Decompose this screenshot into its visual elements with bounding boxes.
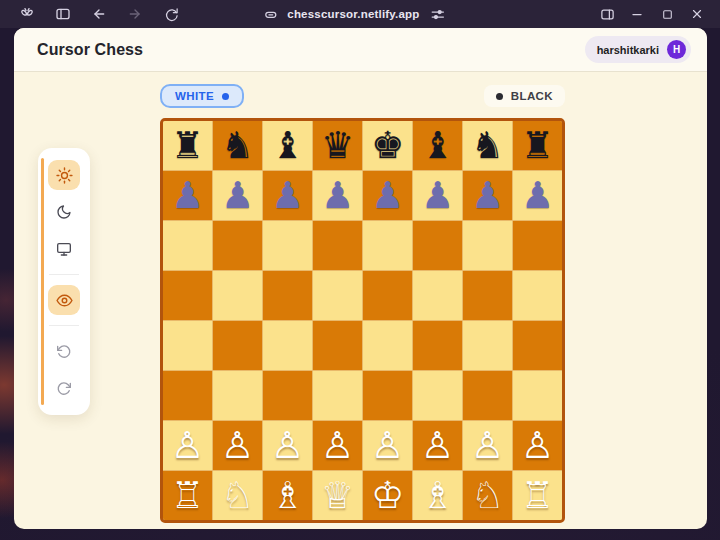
page-header: Cursor Chess harshitkarki H xyxy=(14,28,707,72)
square-c2[interactable]: ♙ xyxy=(263,421,312,470)
url-text: chesscursor.netlify.app xyxy=(287,8,419,20)
piece-black-pawn: ♟ xyxy=(221,177,254,214)
square-e6[interactable] xyxy=(363,221,412,270)
square-f3[interactable] xyxy=(413,371,462,420)
square-b8[interactable]: ♞ xyxy=(213,121,262,170)
minimize-icon[interactable] xyxy=(622,3,652,25)
square-f8[interactable]: ♝ xyxy=(413,121,462,170)
maximize-icon[interactable] xyxy=(652,3,682,25)
piece-white-pawn: ♙ xyxy=(271,427,304,464)
square-b5[interactable] xyxy=(213,271,262,320)
piece-white-pawn: ♙ xyxy=(221,427,254,464)
square-f1[interactable]: ♗ xyxy=(413,471,462,520)
piece-white-pawn: ♙ xyxy=(321,427,354,464)
panel-right-icon[interactable] xyxy=(592,3,622,25)
square-b3[interactable] xyxy=(213,371,262,420)
zen-logo-icon[interactable] xyxy=(14,3,40,25)
avatar[interactable]: H xyxy=(667,40,686,59)
square-e3[interactable] xyxy=(363,371,412,420)
user-name: harshitkarki xyxy=(597,44,659,56)
square-c3[interactable] xyxy=(263,371,312,420)
white-turn-dot-icon xyxy=(222,93,229,100)
square-g5[interactable] xyxy=(463,271,512,320)
square-a2[interactable]: ♙ xyxy=(163,421,212,470)
piece-black-pawn: ♟ xyxy=(171,177,204,214)
address-bar[interactable]: chesscursor.netlify.app xyxy=(261,0,447,28)
square-h8[interactable]: ♜ xyxy=(513,121,562,170)
black-turn-dot-icon xyxy=(496,93,503,100)
browser-topbar: chesscursor.netlify.app xyxy=(0,0,720,28)
piece-white-pawn: ♙ xyxy=(471,427,504,464)
sun-icon xyxy=(56,167,73,184)
black-turn-indicator[interactable]: BLACK xyxy=(484,85,565,107)
square-e1[interactable]: ♔ xyxy=(363,471,412,520)
square-a6[interactable] xyxy=(163,221,212,270)
square-e5[interactable] xyxy=(363,271,412,320)
piece-white-knight: ♘ xyxy=(221,477,254,514)
square-h3[interactable] xyxy=(513,371,562,420)
square-b4[interactable] xyxy=(213,321,262,370)
square-a8[interactable]: ♜ xyxy=(163,121,212,170)
square-h2[interactable]: ♙ xyxy=(513,421,562,470)
square-a4[interactable] xyxy=(163,321,212,370)
square-g4[interactable] xyxy=(463,321,512,370)
square-b2[interactable]: ♙ xyxy=(213,421,262,470)
square-c1[interactable]: ♗ xyxy=(263,471,312,520)
toolbar-divider xyxy=(49,325,79,326)
user-badge[interactable]: harshitkarki H xyxy=(585,36,691,63)
square-g3[interactable] xyxy=(463,371,512,420)
square-a7[interactable]: ♟ xyxy=(163,171,212,220)
square-g7[interactable]: ♟ xyxy=(463,171,512,220)
piece-black-king: ♚ xyxy=(371,127,404,164)
tool-rail xyxy=(38,148,90,415)
piece-white-pawn: ♙ xyxy=(371,427,404,464)
page-title: Cursor Chess xyxy=(37,41,143,59)
square-d3[interactable] xyxy=(313,371,362,420)
black-turn-label: BLACK xyxy=(511,90,553,102)
system-theme-button[interactable] xyxy=(48,234,80,264)
redo-move-button[interactable] xyxy=(48,373,80,403)
square-g8[interactable]: ♞ xyxy=(463,121,512,170)
page-card: Cursor Chess harshitkarki H WHITE BLACK xyxy=(14,28,707,529)
piece-black-pawn: ♟ xyxy=(471,177,504,214)
forward-icon[interactable] xyxy=(122,3,148,25)
piece-white-pawn: ♙ xyxy=(171,427,204,464)
piece-black-pawn: ♟ xyxy=(271,177,304,214)
square-g6[interactable] xyxy=(463,221,512,270)
piece-white-bishop: ♗ xyxy=(421,477,454,514)
show-board-button[interactable] xyxy=(48,285,80,315)
square-d1[interactable]: ♕ xyxy=(313,471,362,520)
square-b1[interactable]: ♘ xyxy=(213,471,262,520)
square-e7[interactable]: ♟ xyxy=(363,171,412,220)
toolbar-divider xyxy=(49,274,79,275)
square-c4[interactable] xyxy=(263,321,312,370)
square-c7[interactable]: ♟ xyxy=(263,171,312,220)
piece-black-pawn: ♟ xyxy=(421,177,454,214)
eye-icon xyxy=(56,292,73,309)
square-b7[interactable]: ♟ xyxy=(213,171,262,220)
piece-white-knight: ♘ xyxy=(471,477,504,514)
white-turn-indicator[interactable]: WHITE xyxy=(160,84,244,108)
piece-black-queen: ♛ xyxy=(321,127,354,164)
reload-icon[interactable] xyxy=(158,3,184,25)
square-f5[interactable] xyxy=(413,271,462,320)
square-d5[interactable] xyxy=(313,271,362,320)
piece-black-rook: ♜ xyxy=(521,127,554,164)
piece-white-pawn: ♙ xyxy=(421,427,454,464)
piece-white-rook: ♖ xyxy=(521,477,554,514)
square-h5[interactable] xyxy=(513,271,562,320)
square-a1[interactable]: ♖ xyxy=(163,471,212,520)
monitor-icon xyxy=(56,241,72,257)
piece-black-bishop: ♝ xyxy=(271,127,304,164)
square-f2[interactable]: ♙ xyxy=(413,421,462,470)
piece-black-knight: ♞ xyxy=(221,127,254,164)
piece-white-pawn: ♙ xyxy=(521,427,554,464)
square-d8[interactable]: ♛ xyxy=(313,121,362,170)
square-c6[interactable] xyxy=(263,221,312,270)
square-f6[interactable] xyxy=(413,221,462,270)
piece-white-king: ♔ xyxy=(371,477,404,514)
piece-black-rook: ♜ xyxy=(171,127,204,164)
square-e2[interactable]: ♙ xyxy=(363,421,412,470)
piece-black-pawn: ♟ xyxy=(371,177,404,214)
chess-board: ♜♞♝♛♚♝♞♜♟♟♟♟♟♟♟♟♙♙♙♙♙♙♙♙♖♘♗♕♔♗♘♖ xyxy=(160,118,565,523)
sidebar-toggle-icon[interactable] xyxy=(50,3,76,25)
square-h1[interactable]: ♖ xyxy=(513,471,562,520)
close-icon[interactable] xyxy=(682,3,712,25)
redo-icon xyxy=(56,380,72,396)
square-h6[interactable] xyxy=(513,221,562,270)
light-theme-button[interactable] xyxy=(48,160,80,190)
white-turn-label: WHITE xyxy=(175,90,214,102)
piece-black-knight: ♞ xyxy=(471,127,504,164)
piece-white-rook: ♖ xyxy=(171,477,204,514)
undo-icon xyxy=(56,343,72,359)
undo-move-button[interactable] xyxy=(48,336,80,366)
piece-black-pawn: ♟ xyxy=(321,177,354,214)
square-h7[interactable]: ♟ xyxy=(513,171,562,220)
piece-white-bishop: ♗ xyxy=(271,477,304,514)
piece-white-queen: ♕ xyxy=(321,477,354,514)
back-icon[interactable] xyxy=(86,3,112,25)
moon-icon xyxy=(56,204,72,220)
square-a5[interactable] xyxy=(163,271,212,320)
square-c8[interactable]: ♝ xyxy=(263,121,312,170)
link-icon xyxy=(261,3,279,25)
square-h4[interactable] xyxy=(513,321,562,370)
square-a3[interactable] xyxy=(163,371,212,420)
square-e8[interactable]: ♚ xyxy=(363,121,412,170)
tune-sliders-icon[interactable] xyxy=(428,3,448,25)
square-d6[interactable] xyxy=(313,221,362,270)
square-e4[interactable] xyxy=(363,321,412,370)
square-g2[interactable]: ♙ xyxy=(463,421,512,470)
square-f7[interactable]: ♟ xyxy=(413,171,462,220)
square-f4[interactable] xyxy=(413,321,462,370)
square-c5[interactable] xyxy=(263,271,312,320)
dark-theme-button[interactable] xyxy=(48,197,80,227)
square-b6[interactable] xyxy=(213,221,262,270)
square-d4[interactable] xyxy=(313,321,362,370)
square-d2[interactable]: ♙ xyxy=(313,421,362,470)
square-g1[interactable]: ♘ xyxy=(463,471,512,520)
square-d7[interactable]: ♟ xyxy=(313,171,362,220)
turn-indicator-row: WHITE BLACK xyxy=(160,82,565,110)
piece-black-pawn: ♟ xyxy=(521,177,554,214)
piece-black-bishop: ♝ xyxy=(421,127,454,164)
